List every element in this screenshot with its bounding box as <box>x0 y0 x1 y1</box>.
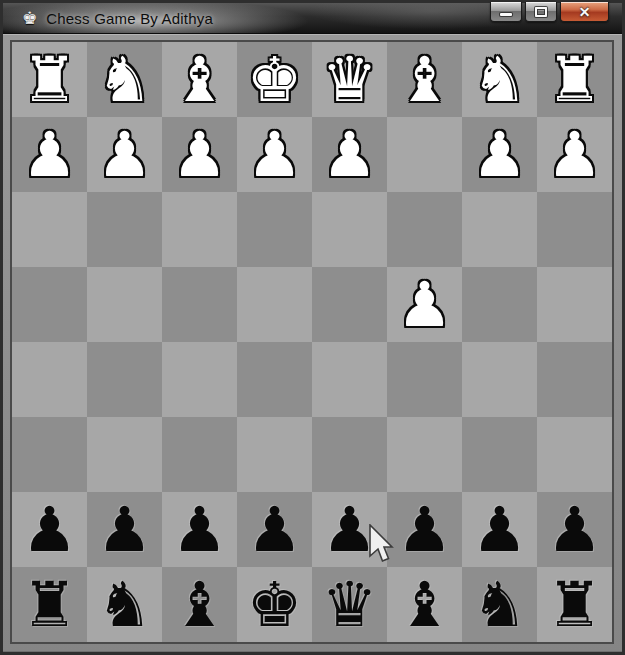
square-e3[interactable] <box>237 192 312 267</box>
square-d1[interactable]: ♛ <box>312 42 387 117</box>
square-g5[interactable] <box>87 342 162 417</box>
square-e5[interactable] <box>237 342 312 417</box>
square-h7[interactable]: ♟ <box>12 492 87 567</box>
white-knight[interactable]: ♞ <box>472 42 528 117</box>
app-icon-chess-king: ♚ <box>22 10 37 27</box>
white-king[interactable]: ♚ <box>247 42 303 117</box>
white-pawn[interactable]: ♟ <box>97 117 153 192</box>
black-rook[interactable]: ♜ <box>22 567 78 642</box>
minimize-icon <box>500 13 512 16</box>
white-pawn[interactable]: ♟ <box>397 267 453 342</box>
white-bishop[interactable]: ♝ <box>172 42 228 117</box>
square-b4[interactable] <box>462 267 537 342</box>
black-queen[interactable]: ♛ <box>322 567 378 642</box>
white-pawn[interactable]: ♟ <box>322 117 378 192</box>
maximize-icon <box>535 7 547 17</box>
square-a2[interactable]: ♟ <box>537 117 612 192</box>
square-e6[interactable] <box>237 417 312 492</box>
square-a3[interactable] <box>537 192 612 267</box>
black-pawn[interactable]: ♟ <box>247 492 303 567</box>
square-c4[interactable]: ♟ <box>387 267 462 342</box>
square-e4[interactable] <box>237 267 312 342</box>
square-h4[interactable] <box>12 267 87 342</box>
black-pawn[interactable]: ♟ <box>172 492 228 567</box>
close-icon: ✕ <box>579 3 591 21</box>
square-c1[interactable]: ♝ <box>387 42 462 117</box>
square-h2[interactable]: ♟ <box>12 117 87 192</box>
black-pawn[interactable]: ♟ <box>547 492 603 567</box>
square-b1[interactable]: ♞ <box>462 42 537 117</box>
square-a6[interactable] <box>537 417 612 492</box>
square-d5[interactable] <box>312 342 387 417</box>
maximize-button[interactable] <box>525 2 557 22</box>
square-d6[interactable] <box>312 417 387 492</box>
black-bishop[interactable]: ♝ <box>172 567 228 642</box>
square-e1[interactable]: ♚ <box>237 42 312 117</box>
square-a1[interactable]: ♜ <box>537 42 612 117</box>
square-h1[interactable]: ♜ <box>12 42 87 117</box>
square-f8[interactable]: ♝ <box>162 567 237 642</box>
square-g2[interactable]: ♟ <box>87 117 162 192</box>
square-f2[interactable]: ♟ <box>162 117 237 192</box>
square-f5[interactable] <box>162 342 237 417</box>
square-a8[interactable]: ♜ <box>537 567 612 642</box>
square-f3[interactable] <box>162 192 237 267</box>
white-pawn[interactable]: ♟ <box>172 117 228 192</box>
square-f6[interactable] <box>162 417 237 492</box>
square-g6[interactable] <box>87 417 162 492</box>
square-c6[interactable] <box>387 417 462 492</box>
black-pawn[interactable]: ♟ <box>97 492 153 567</box>
titlebar[interactable]: ♚ Chess Game By Adithya ✕ <box>3 3 622 34</box>
square-g8[interactable]: ♞ <box>87 567 162 642</box>
white-pawn[interactable]: ♟ <box>547 117 603 192</box>
square-e7[interactable]: ♟ <box>237 492 312 567</box>
window-title: Chess Game By Adithya <box>46 10 213 27</box>
white-pawn[interactable]: ♟ <box>247 117 303 192</box>
square-d2[interactable]: ♟ <box>312 117 387 192</box>
square-b3[interactable] <box>462 192 537 267</box>
square-f7[interactable]: ♟ <box>162 492 237 567</box>
black-rook[interactable]: ♜ <box>547 567 603 642</box>
black-king[interactable]: ♚ <box>247 567 303 642</box>
square-h8[interactable]: ♜ <box>12 567 87 642</box>
square-a5[interactable] <box>537 342 612 417</box>
square-c8[interactable]: ♝ <box>387 567 462 642</box>
square-h6[interactable] <box>12 417 87 492</box>
square-c5[interactable] <box>387 342 462 417</box>
square-f4[interactable] <box>162 267 237 342</box>
square-f1[interactable]: ♝ <box>162 42 237 117</box>
square-c2[interactable] <box>387 117 462 192</box>
white-rook[interactable]: ♜ <box>547 42 603 117</box>
window-controls: ✕ <box>490 2 609 22</box>
square-a7[interactable]: ♟ <box>537 492 612 567</box>
square-d4[interactable] <box>312 267 387 342</box>
square-e2[interactable]: ♟ <box>237 117 312 192</box>
white-pawn[interactable]: ♟ <box>22 117 78 192</box>
square-d3[interactable] <box>312 192 387 267</box>
white-rook[interactable]: ♜ <box>22 42 78 117</box>
white-bishop[interactable]: ♝ <box>397 42 453 117</box>
square-b5[interactable] <box>462 342 537 417</box>
black-pawn[interactable]: ♟ <box>322 492 378 567</box>
square-a4[interactable] <box>537 267 612 342</box>
square-h5[interactable] <box>12 342 87 417</box>
square-c3[interactable] <box>387 192 462 267</box>
black-bishop[interactable]: ♝ <box>397 567 453 642</box>
square-b2[interactable]: ♟ <box>462 117 537 192</box>
black-knight[interactable]: ♞ <box>97 567 153 642</box>
white-queen[interactable]: ♛ <box>322 42 378 117</box>
black-pawn[interactable]: ♟ <box>397 492 453 567</box>
square-g3[interactable] <box>87 192 162 267</box>
board-frame: ♜♞♝♚♛♝♞♜♟♟♟♟♟♟♟♟♟♟♟♟♟♟♟♟♜♞♝♚♛♝♞♜ <box>3 34 622 652</box>
square-e8[interactable]: ♚ <box>237 567 312 642</box>
square-d7[interactable]: ♟ <box>312 492 387 567</box>
chess-board: ♜♞♝♚♛♝♞♜♟♟♟♟♟♟♟♟♟♟♟♟♟♟♟♟♜♞♝♚♛♝♞♜ <box>10 40 614 644</box>
app-window: ♚ Chess Game By Adithya ✕ ♜♞♝♚♛♝♞♜♟♟♟♟♟♟… <box>0 0 625 655</box>
white-knight[interactable]: ♞ <box>97 42 153 117</box>
minimize-button[interactable] <box>490 2 522 22</box>
square-c7[interactable]: ♟ <box>387 492 462 567</box>
square-g4[interactable] <box>87 267 162 342</box>
close-button[interactable]: ✕ <box>560 2 609 22</box>
square-g1[interactable]: ♞ <box>87 42 162 117</box>
black-pawn[interactable]: ♟ <box>472 492 528 567</box>
black-knight[interactable]: ♞ <box>472 567 528 642</box>
black-pawn[interactable]: ♟ <box>22 492 78 567</box>
square-b6[interactable] <box>462 417 537 492</box>
square-g7[interactable]: ♟ <box>87 492 162 567</box>
square-b8[interactable]: ♞ <box>462 567 537 642</box>
square-b7[interactable]: ♟ <box>462 492 537 567</box>
square-d8[interactable]: ♛ <box>312 567 387 642</box>
white-pawn[interactable]: ♟ <box>472 117 528 192</box>
square-h3[interactable] <box>12 192 87 267</box>
